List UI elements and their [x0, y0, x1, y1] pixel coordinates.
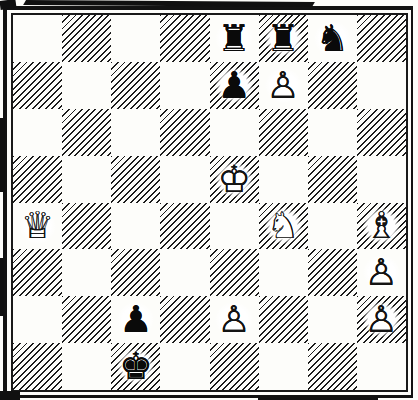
square-g7 — [308, 62, 357, 109]
square-e7: ♟ — [210, 62, 259, 109]
square-h1 — [357, 343, 406, 390]
square-c3 — [111, 249, 160, 296]
piece-white-pawn-h2: ♙ — [359, 298, 404, 341]
square-e1 — [210, 343, 259, 390]
square-e5: ♔ — [210, 156, 259, 203]
square-b7 — [62, 62, 111, 109]
square-d2 — [160, 296, 209, 343]
square-f3 — [259, 249, 308, 296]
piece-black-pawn-e7: ♟ — [211, 64, 256, 107]
square-c8 — [111, 15, 160, 62]
square-g2 — [308, 296, 357, 343]
square-c7 — [111, 62, 160, 109]
piece-black-knight-g8: ♞ — [310, 17, 355, 60]
square-h7 — [357, 62, 406, 109]
square-e2: ♙ — [210, 296, 259, 343]
piece-white-pawn-h3: ♙ — [359, 251, 404, 294]
piece-white-knight-f4: ♘ — [261, 204, 306, 247]
square-d8 — [160, 15, 209, 62]
square-e6 — [210, 109, 259, 156]
square-b4 — [62, 203, 111, 250]
square-f5 — [259, 156, 308, 203]
board-inner-border: ♜♜♞♟♙♔♕♘♗♙♟♙♙♚ — [11, 13, 408, 392]
square-g8: ♞ — [308, 15, 357, 62]
piece-black-rook-f8: ♜ — [261, 17, 306, 60]
square-e3 — [210, 249, 259, 296]
square-a2 — [13, 296, 62, 343]
square-g6 — [308, 109, 357, 156]
square-f7: ♙ — [259, 62, 308, 109]
square-c2: ♟ — [111, 296, 160, 343]
square-c6 — [111, 109, 160, 156]
square-a3 — [13, 249, 62, 296]
square-h2: ♙ — [357, 296, 406, 343]
scanned-page: ♜♜♞♟♙♔♕♘♗♙♟♙♙♚ — [0, 0, 418, 400]
square-a6 — [13, 109, 62, 156]
square-a8 — [13, 15, 62, 62]
square-b1 — [62, 343, 111, 390]
square-b8 — [62, 15, 111, 62]
chess-board: ♜♜♞♟♙♔♕♘♗♙♟♙♙♚ — [13, 15, 406, 390]
square-h3: ♙ — [357, 249, 406, 296]
square-h8 — [357, 15, 406, 62]
square-c5 — [111, 156, 160, 203]
piece-black-rook-e8: ♜ — [211, 17, 256, 60]
piece-white-bishop-h4: ♗ — [359, 204, 404, 247]
print-artifact-bottom-left — [0, 391, 20, 400]
square-d5 — [160, 156, 209, 203]
square-d4 — [160, 203, 209, 250]
square-g5 — [308, 156, 357, 203]
piece-white-king-e5: ♔ — [211, 158, 256, 201]
square-g4 — [308, 203, 357, 250]
board-frame: ♜♜♞♟♙♔♕♘♗♙♟♙♙♚ — [3, 6, 413, 398]
square-b5 — [62, 156, 111, 203]
square-e8: ♜ — [210, 15, 259, 62]
square-d7 — [160, 62, 209, 109]
square-c4 — [111, 203, 160, 250]
square-f8: ♜ — [259, 15, 308, 62]
square-h6 — [357, 109, 406, 156]
square-a4: ♕ — [13, 203, 62, 250]
piece-black-pawn-c2: ♟ — [113, 298, 158, 341]
piece-black-king-c1: ♚ — [113, 345, 158, 388]
square-g3 — [308, 249, 357, 296]
square-f1 — [259, 343, 308, 390]
square-h5 — [357, 156, 406, 203]
square-c1: ♚ — [111, 343, 160, 390]
square-b2 — [62, 296, 111, 343]
square-d6 — [160, 109, 209, 156]
square-g1 — [308, 343, 357, 390]
square-f6 — [259, 109, 308, 156]
square-h4: ♗ — [357, 203, 406, 250]
square-a7 — [13, 62, 62, 109]
square-b6 — [62, 109, 111, 156]
print-artifact-left-bar — [0, 118, 5, 192]
piece-white-queen-a4: ♕ — [15, 204, 60, 247]
piece-white-pawn-f7: ♙ — [261, 64, 306, 107]
square-a5 — [13, 156, 62, 203]
square-f2 — [259, 296, 308, 343]
square-f4: ♘ — [259, 203, 308, 250]
square-d3 — [160, 249, 209, 296]
print-artifact-bottom-bar — [258, 396, 378, 400]
square-a1 — [13, 343, 62, 390]
print-artifact-left-bar-2 — [0, 258, 4, 316]
square-e4 — [210, 203, 259, 250]
square-d1 — [160, 343, 209, 390]
square-b3 — [62, 249, 111, 296]
piece-white-pawn-e2: ♙ — [211, 298, 256, 341]
